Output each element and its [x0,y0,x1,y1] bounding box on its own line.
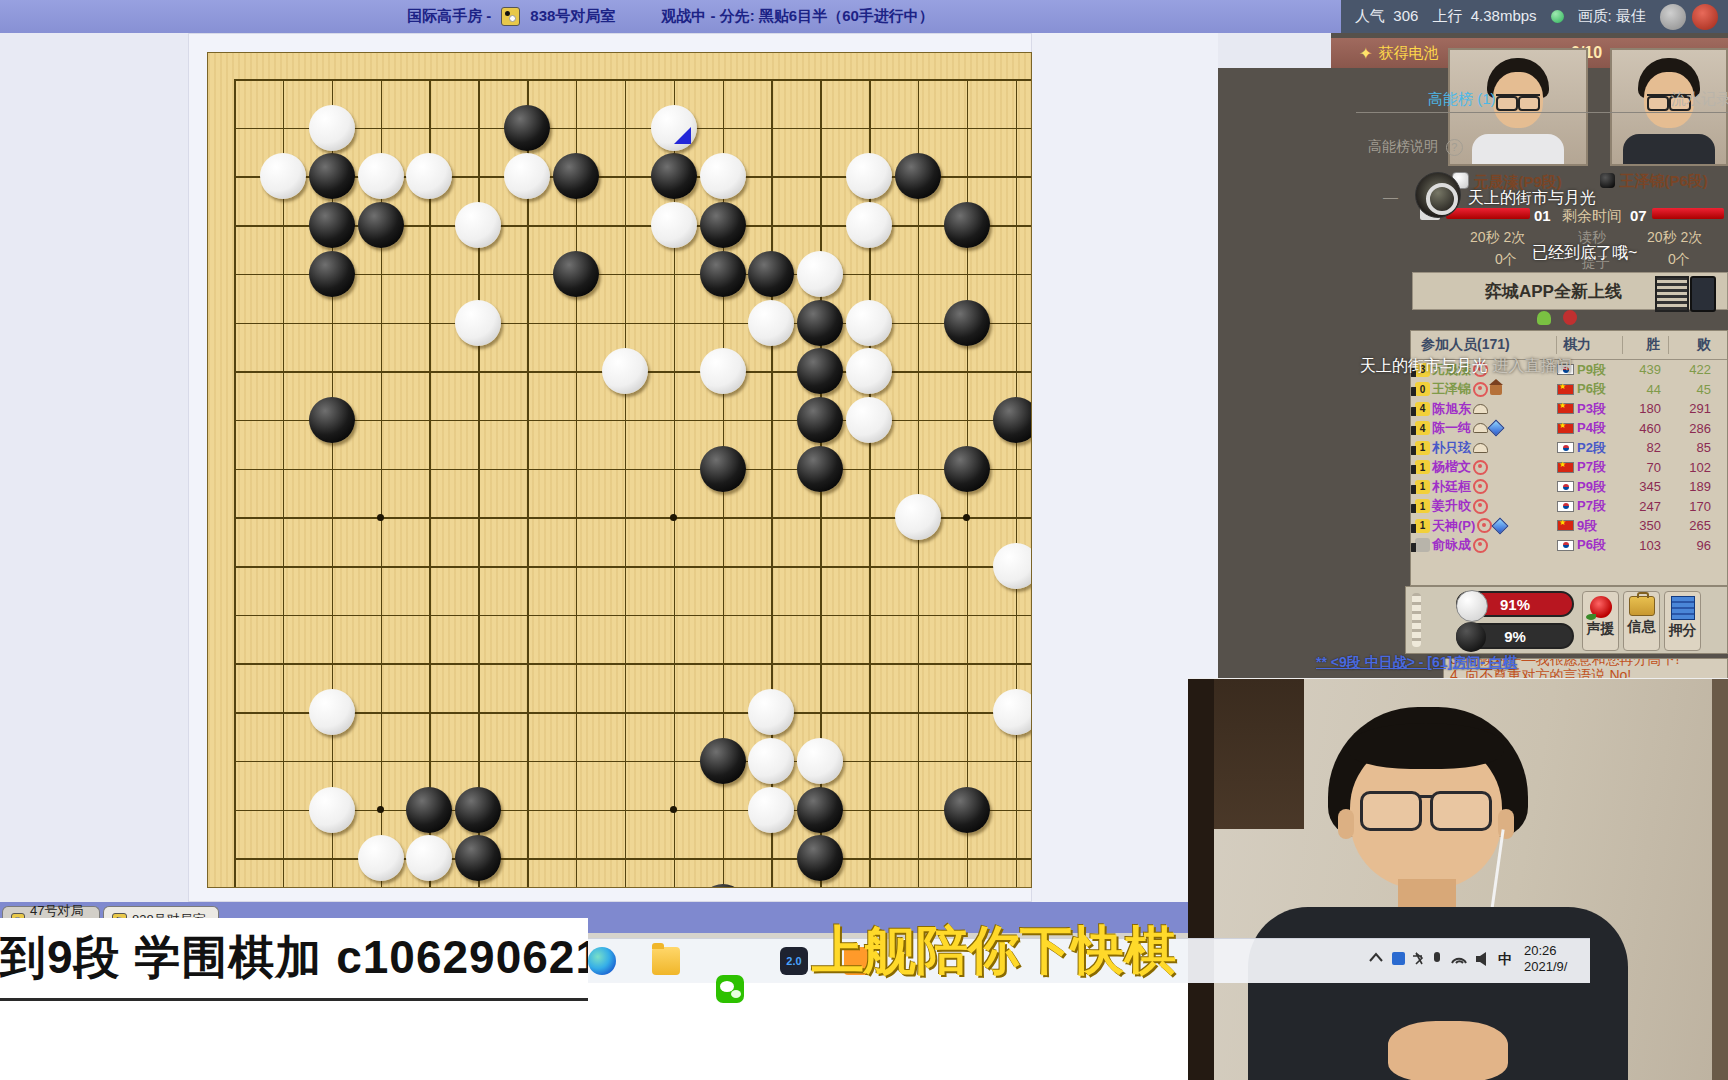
rank-help-link[interactable]: 高能榜说明 ? [1368,138,1463,156]
black-stone[interactable] [700,446,746,492]
white-stone[interactable] [846,202,892,248]
player-name[interactable]: 陈旭东 [1432,400,1471,418]
flag-cn-icon [1557,384,1574,395]
thumbs-up-icon[interactable] [1415,538,1430,552]
black-stone[interactable] [651,153,697,199]
player-rank: P9段 [1577,478,1606,496]
table-row[interactable]: 0王泽锦P6段4445 [1411,380,1727,400]
white-stone[interactable] [309,689,355,735]
grid-line-h [234,79,1032,81]
flag-kr-icon [1557,501,1574,512]
player-rank: P9段 [1577,361,1606,379]
white-stone[interactable] [651,202,697,248]
player-rank: P6段 [1577,380,1606,398]
white-stone[interactable] [748,787,794,833]
taskbar-clock: 20:26 2021/9/ [1524,943,1576,975]
white-stone[interactable] [455,300,501,346]
black-stone[interactable] [358,202,404,248]
black-stone[interactable] [309,397,355,443]
popularity-label: 人气 306 [1355,7,1418,26]
wins: 460 [1623,421,1669,436]
white-stone-icon [1456,590,1488,622]
grid-line-h [234,858,1032,860]
gem-badge-icon [1492,517,1509,534]
black-stone[interactable] [309,153,355,199]
grid-line-v [918,79,920,888]
board-panel [188,33,1032,902]
black-stone-icon [1456,622,1486,652]
thumbs-up-icon[interactable]: 1 [1415,519,1430,533]
white-stone[interactable] [797,251,843,297]
game-status-label: 观战中 - 分先: 黑贴6目半（60手进行中） [661,7,934,26]
white-stone[interactable] [602,348,648,394]
losses: 85 [1669,440,1721,455]
white-stone[interactable] [993,689,1032,735]
black-timer: 07 [1630,207,1647,224]
app-2-icon[interactable]: 2.0 [780,947,808,975]
table-row[interactable]: 4陈旭东P3段180291 [1411,399,1727,419]
building-icon [1671,596,1695,620]
black-stone[interactable] [553,251,599,297]
losses: 189 [1669,479,1721,494]
star-point [377,514,384,521]
table-row[interactable]: 1朴廷桓P9段345189 [1411,477,1727,497]
player-rank: 9段 [1577,517,1597,535]
player-rank: P4段 [1577,419,1606,437]
uplink-label: 上行 4.38mbps [1432,7,1536,26]
losses: 265 [1669,518,1721,533]
grid-line-v [576,79,578,888]
thumbs-up-icon[interactable]: 0 [1415,382,1430,396]
black-stone[interactable] [748,251,794,297]
losses: 422 [1669,362,1721,377]
white-stone[interactable] [993,543,1032,589]
white-stone[interactable] [358,153,404,199]
white-stone[interactable] [504,153,550,199]
target-badge-icon [1473,538,1488,553]
enter-room-link[interactable]: 进入直播间 [1492,357,1572,374]
player-rank: P7段 [1577,497,1606,515]
drag-handle[interactable] [1412,593,1421,647]
losses: 291 [1669,401,1721,416]
black-stone[interactable] [309,251,355,297]
thumbs-up-icon[interactable]: 1 [1415,499,1430,513]
white-support-bar: 91% [1456,591,1574,617]
player-name[interactable]: 杨楷文 [1432,458,1471,476]
fan-badge-icon [1473,443,1488,453]
player-name[interactable]: 朴廷桓 [1432,478,1471,496]
speaker-icon [1476,952,1486,966]
black-stone[interactable] [797,787,843,833]
white-stone[interactable] [846,348,892,394]
losses: 96 [1669,538,1721,553]
black-stone[interactable] [993,397,1032,443]
grid-line-h [234,323,1032,325]
black-stone[interactable] [700,251,746,297]
flag-cn-icon [1557,520,1574,531]
last-move-marker [674,127,691,144]
black-stone[interactable] [700,738,746,784]
stream-stats-bar: 人气 306 上行 4.38mbps 画质: 最佳 [1341,0,1728,33]
black-stone[interactable] [504,105,550,151]
flag-cn-icon [1557,423,1574,434]
fan-badge-icon [1473,404,1488,414]
briefcase-icon [1629,596,1655,616]
table-row[interactable]: 俞昹成P6段10396 [1411,536,1727,556]
target-badge-icon [1473,382,1488,397]
tab-highlight-rank[interactable]: 高能榜 (1) [1428,90,1496,109]
player-rank: P7段 [1577,458,1606,476]
stream-slogan: 上舰陪你下快棋 [812,916,1176,986]
white-stone[interactable] [846,397,892,443]
streamer-overlay-on-table[interactable]: 天上的街市与月光 进入直播间 [1360,356,1572,377]
black-stone[interactable] [797,300,843,346]
player-name[interactable]: 陈一纯 [1432,419,1471,437]
star-icon: ✦ [1359,44,1372,63]
app-banner-text[interactable]: 弈城APP全新上线 [1485,280,1622,303]
system-tray[interactable]: 中 20:26 2021/9/ [1364,943,1576,975]
black-stone[interactable] [797,348,843,394]
wechat-icon[interactable] [716,975,744,1003]
table-row[interactable]: 4陈一纯P4段460286 [1411,419,1727,439]
thumbs-up-icon[interactable]: 1 [1415,480,1430,494]
black-stone[interactable] [944,787,990,833]
black-stone[interactable] [944,446,990,492]
black-support-bar: 9% [1456,623,1574,649]
apple-icon[interactable] [1563,310,1577,325]
wins: 180 [1623,401,1669,416]
go-board-icon [501,7,520,26]
white-stone[interactable] [797,738,843,784]
white-stone[interactable] [406,835,452,881]
grid-line-v [527,79,529,888]
table-row[interactable]: 1杨楷文P7段70102 [1411,458,1727,478]
white-stone[interactable] [455,202,501,248]
edge-browser-icon[interactable] [588,947,616,975]
grid-line-v [869,79,871,888]
grid-line-v [1016,79,1018,888]
player-name[interactable]: 朴只玹 [1432,439,1471,457]
white-stone[interactable] [895,494,941,540]
black-player-name-row: 王泽锦(P6段) [1600,172,1728,191]
gem-badge-icon [1488,420,1505,437]
black-stone-icon [1600,173,1615,188]
grid-line-v [478,79,480,888]
white-stone[interactable] [700,348,746,394]
black-byoyomi: 20秒 2次 [1647,229,1702,247]
screen: 国际高手房 - 838号对局室 观战中 - 分先: 黑贴6目半（60手进行中） … [0,0,1728,1080]
quality-label: 画质: 最佳 [1578,7,1646,26]
cheer-button[interactable]: 声援 [1582,591,1619,651]
room-type-label: 国际高手房 - [407,7,491,26]
glasses-icon [1496,94,1540,108]
target-badge-icon [1477,518,1492,533]
player-rank: P3段 [1577,400,1606,418]
goban[interactable] [207,52,1032,888]
target-badge-icon [1473,479,1488,494]
table-row[interactable]: 1姜升旼P7段247170 [1411,497,1727,517]
black-stone[interactable] [895,153,941,199]
black-stone[interactable] [700,884,746,888]
room-link[interactable]: ** <9段 中日战> - [61]房间- 白棋 [1316,654,1546,672]
black-captures: 0个 [1668,251,1690,269]
app-tray-icon [1392,952,1405,965]
black-stone[interactable] [309,202,355,248]
streamer-avatar[interactable] [1415,172,1461,218]
grid-line-v [283,79,285,888]
thumbs-up-icon[interactable]: 1 [1415,460,1430,474]
support-panel: 91% 9% 声援 信息 押分 [1405,586,1728,654]
scrolling-ad-banner: 到9段 学围棋加 c1062906213 [0,918,588,1001]
sidebar-corner [1218,33,1331,68]
losses: 45 [1669,382,1721,397]
black-stone[interactable] [455,835,501,881]
battery-label: 获得电池 [1378,44,1438,63]
flag-kr-icon [1557,442,1574,453]
grid-line-v [234,79,236,888]
wins: 345 [1623,479,1669,494]
grid-line-v [674,79,676,888]
player-name[interactable]: 俞昹成 [1432,536,1471,554]
player-name[interactable]: 天神(P) [1432,517,1475,535]
wins: 103 [1623,538,1669,553]
grid-line-h [234,615,1032,617]
info-button[interactable]: 信息 [1623,591,1660,651]
tab-flow-record[interactable]: 流水记录 [1671,90,1728,109]
target-badge-icon [1473,460,1488,475]
wins: 82 [1623,440,1669,455]
grid-line-h [234,469,1032,471]
fan-badge-icon [1473,423,1488,433]
star-point [670,514,677,521]
white-stone[interactable] [309,105,355,151]
white-stone[interactable] [748,300,794,346]
target-badge-icon [1473,499,1488,514]
white-stone[interactable] [358,835,404,881]
grid-line-h [234,566,1032,568]
black-stone[interactable] [406,787,452,833]
thumbs-up-icon[interactable]: 1 [1415,441,1430,455]
flag-kr-icon [1557,540,1574,551]
flag-cn-icon [1557,403,1574,414]
star-point [377,806,384,813]
table-row[interactable]: 1朴只玹P2段8285 [1411,438,1727,458]
door-shadow [1188,679,1214,1080]
android-icon[interactable] [1537,311,1551,325]
white-time-bar [1446,208,1530,219]
home-badge-icon [1490,384,1502,395]
player-rank: P6段 [1577,536,1606,554]
input-method-indicator: 中 [1498,951,1512,967]
losses: 286 [1669,421,1721,436]
black-stone[interactable] [797,835,843,881]
wins: 44 [1623,382,1669,397]
white-stone[interactable] [406,153,452,199]
star-point [963,514,970,521]
black-time-bar [1652,208,1724,219]
black-stone[interactable] [700,202,746,248]
viewer-avatar-icon[interactable] [1660,4,1686,30]
file-explorer-icon[interactable] [652,947,680,975]
player-rank: P2段 [1577,439,1606,457]
white-timer: 01 [1534,207,1551,224]
table-row[interactable]: 1天神(P)9段350265 [1411,516,1727,536]
streamer-name[interactable]: 天上的街市与月光 [1468,188,1596,209]
black-stone[interactable] [944,300,990,346]
grid-line-v [381,79,383,888]
grid-line-v [625,79,627,888]
player-name[interactable]: 姜升旼 [1432,497,1471,515]
white-stone[interactable] [651,105,697,151]
black-stone[interactable] [455,787,501,833]
wins: 439 [1623,362,1669,377]
ad-text: 到9段 学围棋加 c1062906213 [0,927,588,989]
bet-button[interactable]: 押分 [1664,591,1701,651]
flag-cn-icon [1557,462,1574,473]
microphone-icon [1434,952,1440,962]
grid-line-h [234,663,1032,665]
black-support-pct: 9% [1504,628,1526,645]
white-captures: 0个 [1495,251,1517,269]
time-remaining-label: 剩余时间 [1562,207,1622,226]
room-name-label: 838号对局室 [530,7,615,26]
webcam-feed [1188,678,1728,1080]
scroll-end-toast: 已经到底了哦~ [1532,243,1637,264]
white-stone[interactable] [846,153,892,199]
wins: 350 [1623,518,1669,533]
losses: 102 [1669,460,1721,475]
rose-icon [1590,596,1612,618]
grid-line-v [332,79,334,888]
quality-status-icon [1551,10,1564,23]
white-stone[interactable] [309,787,355,833]
chevron-up-icon [1370,954,1382,961]
divider [1356,112,1728,113]
badge-icon[interactable] [1692,4,1718,30]
question-icon: ? [1446,139,1463,156]
wins: 247 [1623,499,1669,514]
losses: 170 [1669,499,1721,514]
white-stone[interactable] [846,300,892,346]
dash: — [1383,188,1398,205]
grid-line-v [429,79,431,888]
star-point [670,806,677,813]
black-stone[interactable] [553,153,599,199]
window-titlebar: 国际高手房 - 838号对局室 观战中 - 分先: 黑贴6目半（60手进行中） [0,0,1341,33]
tray-icons[interactable]: 中 [1364,945,1514,973]
player-name[interactable]: 王泽锦 [1432,380,1471,398]
grid-line-h [234,761,1032,763]
thumbs-up-icon[interactable]: 4 [1415,402,1430,416]
white-support-pct: 91% [1500,596,1530,613]
black-stone[interactable] [797,397,843,443]
white-stone[interactable] [748,689,794,735]
phone-icon [1690,276,1716,312]
wins: 70 [1623,460,1669,475]
glasses-icon [1360,791,1492,831]
left-margin [0,33,188,902]
bluetooth-icon [1413,953,1422,964]
black-player-name: 王泽锦(P6段) [1619,172,1707,189]
black-stone[interactable] [944,202,990,248]
white-stone[interactable] [700,153,746,199]
flag-kr-icon [1557,481,1574,492]
white-stone[interactable] [260,153,306,199]
white-byoyomi: 20秒 2次 [1470,229,1525,247]
thumbs-up-icon[interactable]: 4 [1415,421,1430,435]
white-stone[interactable] [748,738,794,784]
black-stone[interactable] [797,446,843,492]
qr-code-icon [1655,276,1689,312]
